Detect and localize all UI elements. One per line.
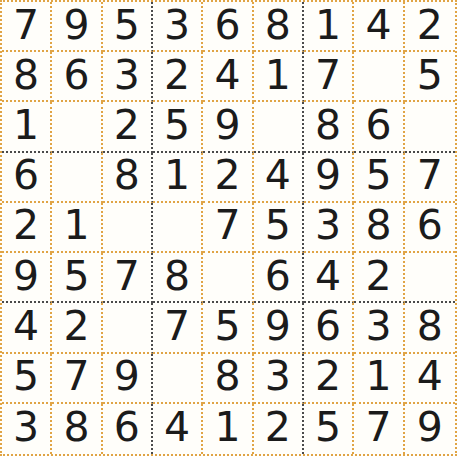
sudoku-cell-r3c9[interactable]: [405, 102, 455, 152]
sudoku-cell-r4c7[interactable]: 9: [304, 153, 354, 203]
sudoku-cell-r6c2[interactable]: 5: [52, 253, 102, 303]
sudoku-cell-r8c7[interactable]: 2: [304, 354, 354, 404]
sudoku-cell-r9c4[interactable]: 4: [153, 404, 203, 454]
sudoku-cell-r3c7[interactable]: 8: [304, 102, 354, 152]
sudoku-cell-r6c9[interactable]: [405, 253, 455, 303]
sudoku-cell-r1c4[interactable]: 3: [153, 2, 203, 52]
sudoku-cell-r8c5[interactable]: 8: [203, 354, 253, 404]
sudoku-cell-r5c1[interactable]: 2: [2, 203, 52, 253]
sudoku-cell-r2c8[interactable]: [354, 52, 404, 102]
sudoku-cell-r5c3[interactable]: [103, 203, 153, 253]
sudoku-cell-r1c5[interactable]: 6: [203, 2, 253, 52]
sudoku-cell-r2c7[interactable]: 7: [304, 52, 354, 102]
sudoku-cell-r3c6[interactable]: [254, 102, 304, 152]
sudoku-cell-r2c3[interactable]: 3: [103, 52, 153, 102]
sudoku-cell-r9c7[interactable]: 5: [304, 404, 354, 454]
sudoku-cell-r6c4[interactable]: 8: [153, 253, 203, 303]
sudoku-cell-r6c7[interactable]: 4: [304, 253, 354, 303]
sudoku-cell-r4c3[interactable]: 8: [103, 153, 153, 203]
sudoku-cell-r8c3[interactable]: 9: [103, 354, 153, 404]
sudoku-cell-r6c1[interactable]: 9: [2, 253, 52, 303]
sudoku-cell-r2c5[interactable]: 4: [203, 52, 253, 102]
sudoku-cell-r9c6[interactable]: 2: [254, 404, 304, 454]
sudoku-cell-r4c4[interactable]: 1: [153, 153, 203, 203]
sudoku-cell-r7c6[interactable]: 9: [254, 303, 304, 353]
sudoku-cell-r3c8[interactable]: 6: [354, 102, 404, 152]
sudoku-cell-r7c2[interactable]: 2: [52, 303, 102, 353]
sudoku-cell-r6c5[interactable]: [203, 253, 253, 303]
sudoku-cell-r4c8[interactable]: 5: [354, 153, 404, 203]
sudoku-cell-r4c2[interactable]: [52, 153, 102, 203]
sudoku-cell-r1c7[interactable]: 1: [304, 2, 354, 52]
sudoku-cell-r3c4[interactable]: 5: [153, 102, 203, 152]
sudoku-cell-r7c3[interactable]: [103, 303, 153, 353]
sudoku-cell-r4c6[interactable]: 4: [254, 153, 304, 203]
sudoku-cell-r6c6[interactable]: 6: [254, 253, 304, 303]
sudoku-cell-r9c1[interactable]: 3: [2, 404, 52, 454]
sudoku-cell-r9c9[interactable]: 9: [405, 404, 455, 454]
sudoku-cell-r2c4[interactable]: 2: [153, 52, 203, 102]
sudoku-cell-r8c1[interactable]: 5: [2, 354, 52, 404]
sudoku-cell-r7c1[interactable]: 4: [2, 303, 52, 353]
sudoku-cell-r1c6[interactable]: 8: [254, 2, 304, 52]
sudoku-cell-r2c6[interactable]: 1: [254, 52, 304, 102]
sudoku-cell-r4c9[interactable]: 7: [405, 153, 455, 203]
sudoku-cell-r2c1[interactable]: 8: [2, 52, 52, 102]
sudoku-cell-r8c8[interactable]: 1: [354, 354, 404, 404]
sudoku-cell-r3c2[interactable]: [52, 102, 102, 152]
sudoku-cell-r4c1[interactable]: 6: [2, 153, 52, 203]
sudoku-cell-r8c2[interactable]: 7: [52, 354, 102, 404]
sudoku-cell-r7c8[interactable]: 3: [354, 303, 404, 353]
sudoku-cell-r1c2[interactable]: 9: [52, 2, 102, 52]
sudoku-cell-r5c5[interactable]: 7: [203, 203, 253, 253]
sudoku-cell-r3c3[interactable]: 2: [103, 102, 153, 152]
sudoku-cell-r7c9[interactable]: 8: [405, 303, 455, 353]
sudoku-cell-r5c2[interactable]: 1: [52, 203, 102, 253]
sudoku-cell-r3c1[interactable]: 1: [2, 102, 52, 152]
sudoku-cell-r5c7[interactable]: 3: [304, 203, 354, 253]
sudoku-cell-r1c1[interactable]: 7: [2, 2, 52, 52]
sudoku-cell-r8c6[interactable]: 3: [254, 354, 304, 404]
sudoku-cell-r1c3[interactable]: 5: [103, 2, 153, 52]
sudoku-cell-r5c8[interactable]: 8: [354, 203, 404, 253]
sudoku-cell-r8c4[interactable]: [153, 354, 203, 404]
sudoku-cell-r7c7[interactable]: 6: [304, 303, 354, 353]
sudoku-cell-r6c8[interactable]: 2: [354, 253, 404, 303]
sudoku-cell-r9c8[interactable]: 7: [354, 404, 404, 454]
sudoku-cell-r5c9[interactable]: 6: [405, 203, 455, 253]
sudoku-cell-r6c3[interactable]: 7: [103, 253, 153, 303]
sudoku-cell-r9c3[interactable]: 6: [103, 404, 153, 454]
sudoku-cell-r2c2[interactable]: 6: [52, 52, 102, 102]
sudoku-cell-r2c9[interactable]: 5: [405, 52, 455, 102]
sudoku-cell-r8c9[interactable]: 4: [405, 354, 455, 404]
sudoku-cell-r9c2[interactable]: 8: [52, 404, 102, 454]
sudoku-cell-r7c4[interactable]: 7: [153, 303, 203, 353]
sudoku-cell-r9c5[interactable]: 1: [203, 404, 253, 454]
sudoku-cell-r1c9[interactable]: 2: [405, 2, 455, 52]
sudoku-cell-r4c5[interactable]: 2: [203, 153, 253, 203]
sudoku-cell-r7c5[interactable]: 5: [203, 303, 253, 353]
sudoku-cell-r1c8[interactable]: 4: [354, 2, 404, 52]
sudoku-cell-r3c5[interactable]: 9: [203, 102, 253, 152]
sudoku-board: 7953681428632417512598668124957217538695…: [0, 0, 457, 456]
sudoku-cell-r5c6[interactable]: 5: [254, 203, 304, 253]
sudoku-cell-r5c4[interactable]: [153, 203, 203, 253]
